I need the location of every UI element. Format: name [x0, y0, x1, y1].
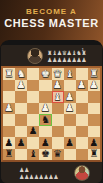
- square-e4[interactable]: ♟: [39, 103, 51, 115]
- white-bishop-piece[interactable]: ♝: [53, 92, 62, 102]
- top-player-avatar[interactable]: [27, 48, 43, 64]
- captured-row: ♟♟♟♟♟♟♟♟: [19, 173, 58, 180]
- captured-pawn-icon: ♟: [53, 173, 58, 180]
- headline-line1: BECOME A: [0, 7, 103, 17]
- square-h4[interactable]: ♟: [3, 103, 15, 115]
- white-pawn-piece[interactable]: ♟: [5, 103, 14, 113]
- white-pawn-piece[interactable]: ♟: [65, 103, 74, 113]
- white-queen-piece[interactable]: ♛: [53, 69, 62, 79]
- square-f2[interactable]: [27, 80, 39, 92]
- square-g3[interactable]: [15, 91, 27, 103]
- black-pawn-piece[interactable]: ♟: [5, 138, 14, 148]
- bottom-captured-tray: ♟♟♟♟♟♟♟♟♟♟: [19, 166, 58, 180]
- square-e2[interactable]: [39, 80, 51, 92]
- square-h1[interactable]: ♜: [3, 68, 15, 80]
- square-b2[interactable]: ♟: [76, 80, 88, 92]
- square-h5[interactable]: [3, 114, 15, 126]
- square-h8[interactable]: ♜: [3, 149, 15, 161]
- white-pawn-piece[interactable]: ♟: [17, 80, 26, 90]
- square-a3[interactable]: [88, 91, 100, 103]
- tablet-frame: ♜♝♟♛♟♝♞1♜♟♟♟♟♟♟♟♟ ♜♞♚♛♝♜♟♟♟♟♝♟♟♟♟♞♟♟♟♟♟♟…: [0, 40, 103, 183]
- square-a5[interactable]: [88, 114, 100, 126]
- square-b7[interactable]: [76, 137, 88, 149]
- top-captured-tray: ♜♝♟♛♟♝♞1♜♟♟♟♟♟♟♟♟: [47, 49, 86, 63]
- square-a2[interactable]: ♟: [88, 80, 100, 92]
- square-a6[interactable]: [88, 126, 100, 138]
- bottom-player-avatar[interactable]: [74, 165, 90, 181]
- app-screen: ♜♝♟♛♟♝♞1♜♟♟♟♟♟♟♟♟ ♜♞♚♛♝♜♟♟♟♟♝♟♟♟♟♞♟♟♟♟♟♟…: [1, 45, 102, 183]
- white-knight-piece[interactable]: ♞: [17, 69, 26, 79]
- black-pawn-piece[interactable]: ♟: [65, 138, 74, 148]
- captured-row: ♟♟♟♟♟♟♟♟: [47, 56, 86, 63]
- black-pawn-piece[interactable]: ♟: [17, 138, 26, 148]
- square-g2[interactable]: ♟: [15, 80, 27, 92]
- white-king-piece[interactable]: ♚: [41, 69, 50, 79]
- square-c1[interactable]: ♝: [64, 68, 76, 80]
- captured-pawn-icon: ♟: [81, 56, 86, 63]
- white-pawn-piece[interactable]: ♟: [41, 103, 50, 113]
- square-g4[interactable]: [15, 103, 27, 115]
- square-b8[interactable]: [76, 149, 88, 161]
- square-a4[interactable]: [88, 103, 100, 115]
- square-h6[interactable]: [3, 126, 15, 138]
- black-pawn-piece[interactable]: ♟: [29, 126, 38, 136]
- black-queen-piece[interactable]: ♛: [53, 149, 62, 159]
- square-b4[interactable]: [76, 103, 88, 115]
- captured-pawn-icon: ♟: [24, 166, 29, 173]
- square-g8[interactable]: [15, 149, 27, 161]
- black-pawn-piece[interactable]: ♟: [89, 138, 98, 148]
- square-g7[interactable]: ♟: [15, 137, 27, 149]
- black-bishop-piece[interactable]: ♝: [29, 149, 38, 159]
- captured-rook-icon: ♜: [81, 49, 86, 56]
- white-pawn-piece[interactable]: ♟: [65, 92, 74, 102]
- square-f3[interactable]: [27, 91, 39, 103]
- square-a7[interactable]: ♟: [88, 137, 100, 149]
- square-d2[interactable]: ♟: [52, 80, 64, 92]
- square-e1[interactable]: ♚: [39, 68, 51, 80]
- square-f7[interactable]: [27, 137, 39, 149]
- square-b6[interactable]: [76, 126, 88, 138]
- square-f4[interactable]: [27, 103, 39, 115]
- square-e5[interactable]: ♞: [39, 114, 51, 126]
- square-c3[interactable]: ♟: [64, 91, 76, 103]
- square-d1[interactable]: ♛: [52, 68, 64, 80]
- square-d4[interactable]: [52, 103, 64, 115]
- captured-row: ♟♟: [19, 166, 58, 173]
- square-g1[interactable]: ♞: [15, 68, 27, 80]
- square-f5[interactable]: [27, 114, 39, 126]
- square-a1[interactable]: ♜: [88, 68, 100, 80]
- white-rook-piece[interactable]: ♜: [5, 69, 14, 79]
- square-h2[interactable]: [3, 80, 15, 92]
- square-f8[interactable]: ♝: [27, 149, 39, 161]
- square-f6[interactable]: ♟: [27, 126, 39, 138]
- black-rook-piece[interactable]: ♜: [5, 149, 14, 159]
- square-g5[interactable]: [15, 114, 27, 126]
- headline-line2: CHESS MASTER: [0, 17, 103, 30]
- white-pawn-piece[interactable]: ♟: [53, 80, 62, 90]
- black-rook-piece[interactable]: ♜: [89, 149, 98, 159]
- square-a8[interactable]: ♜: [88, 149, 100, 161]
- square-d3[interactable]: ♝: [52, 91, 64, 103]
- square-c8[interactable]: [64, 149, 76, 161]
- chess-board: ♜♞♚♛♝♜♟♟♟♟♝♟♟♟♟♞♟♟♟♟♟♟♜♝♚♛♜: [1, 66, 102, 162]
- square-e7[interactable]: ♟: [39, 137, 51, 149]
- square-e6[interactable]: [39, 126, 51, 138]
- square-g6[interactable]: [15, 126, 27, 138]
- square-d8[interactable]: ♛: [52, 149, 64, 161]
- square-h7[interactable]: ♟: [3, 137, 15, 149]
- square-e8[interactable]: ♚: [39, 149, 51, 161]
- promo-background: BECOME A CHESS MASTER ♜♝♟♛♟♝♞1♜♟♟♟♟♟♟♟♟ …: [0, 0, 103, 183]
- square-d5[interactable]: [52, 114, 64, 126]
- square-c2[interactable]: [64, 80, 76, 92]
- square-c5[interactable]: [64, 114, 76, 126]
- square-f1[interactable]: [27, 68, 39, 80]
- white-rook-piece[interactable]: ♜: [89, 69, 98, 79]
- black-knight-piece[interactable]: ♞: [41, 115, 50, 125]
- square-c6[interactable]: [64, 126, 76, 138]
- square-b1[interactable]: [76, 68, 88, 80]
- square-c4[interactable]: ♟: [64, 103, 76, 115]
- bottom-player-bar: ♟♟♟♟♟♟♟♟♟♟: [1, 162, 102, 183]
- square-e3[interactable]: [39, 91, 51, 103]
- white-pawn-piece[interactable]: ♟: [89, 80, 98, 90]
- square-d6[interactable]: [52, 126, 64, 138]
- black-king-piece[interactable]: ♚: [41, 149, 50, 159]
- top-player-bar: ♜♝♟♛♟♝♞1♜♟♟♟♟♟♟♟♟: [1, 45, 102, 66]
- square-b3[interactable]: [76, 91, 88, 103]
- white-bishop-piece[interactable]: ♝: [65, 69, 74, 79]
- square-b5[interactable]: [76, 114, 88, 126]
- square-d7[interactable]: [52, 137, 64, 149]
- captured-row: ♜♝♟♛♟♝♞1♜: [47, 49, 86, 56]
- square-h3[interactable]: [3, 91, 15, 103]
- white-pawn-piece[interactable]: ♟: [77, 80, 86, 90]
- headline: BECOME A CHESS MASTER: [0, 7, 103, 30]
- square-c7[interactable]: ♟: [64, 137, 76, 149]
- black-pawn-piece[interactable]: ♟: [41, 138, 50, 148]
